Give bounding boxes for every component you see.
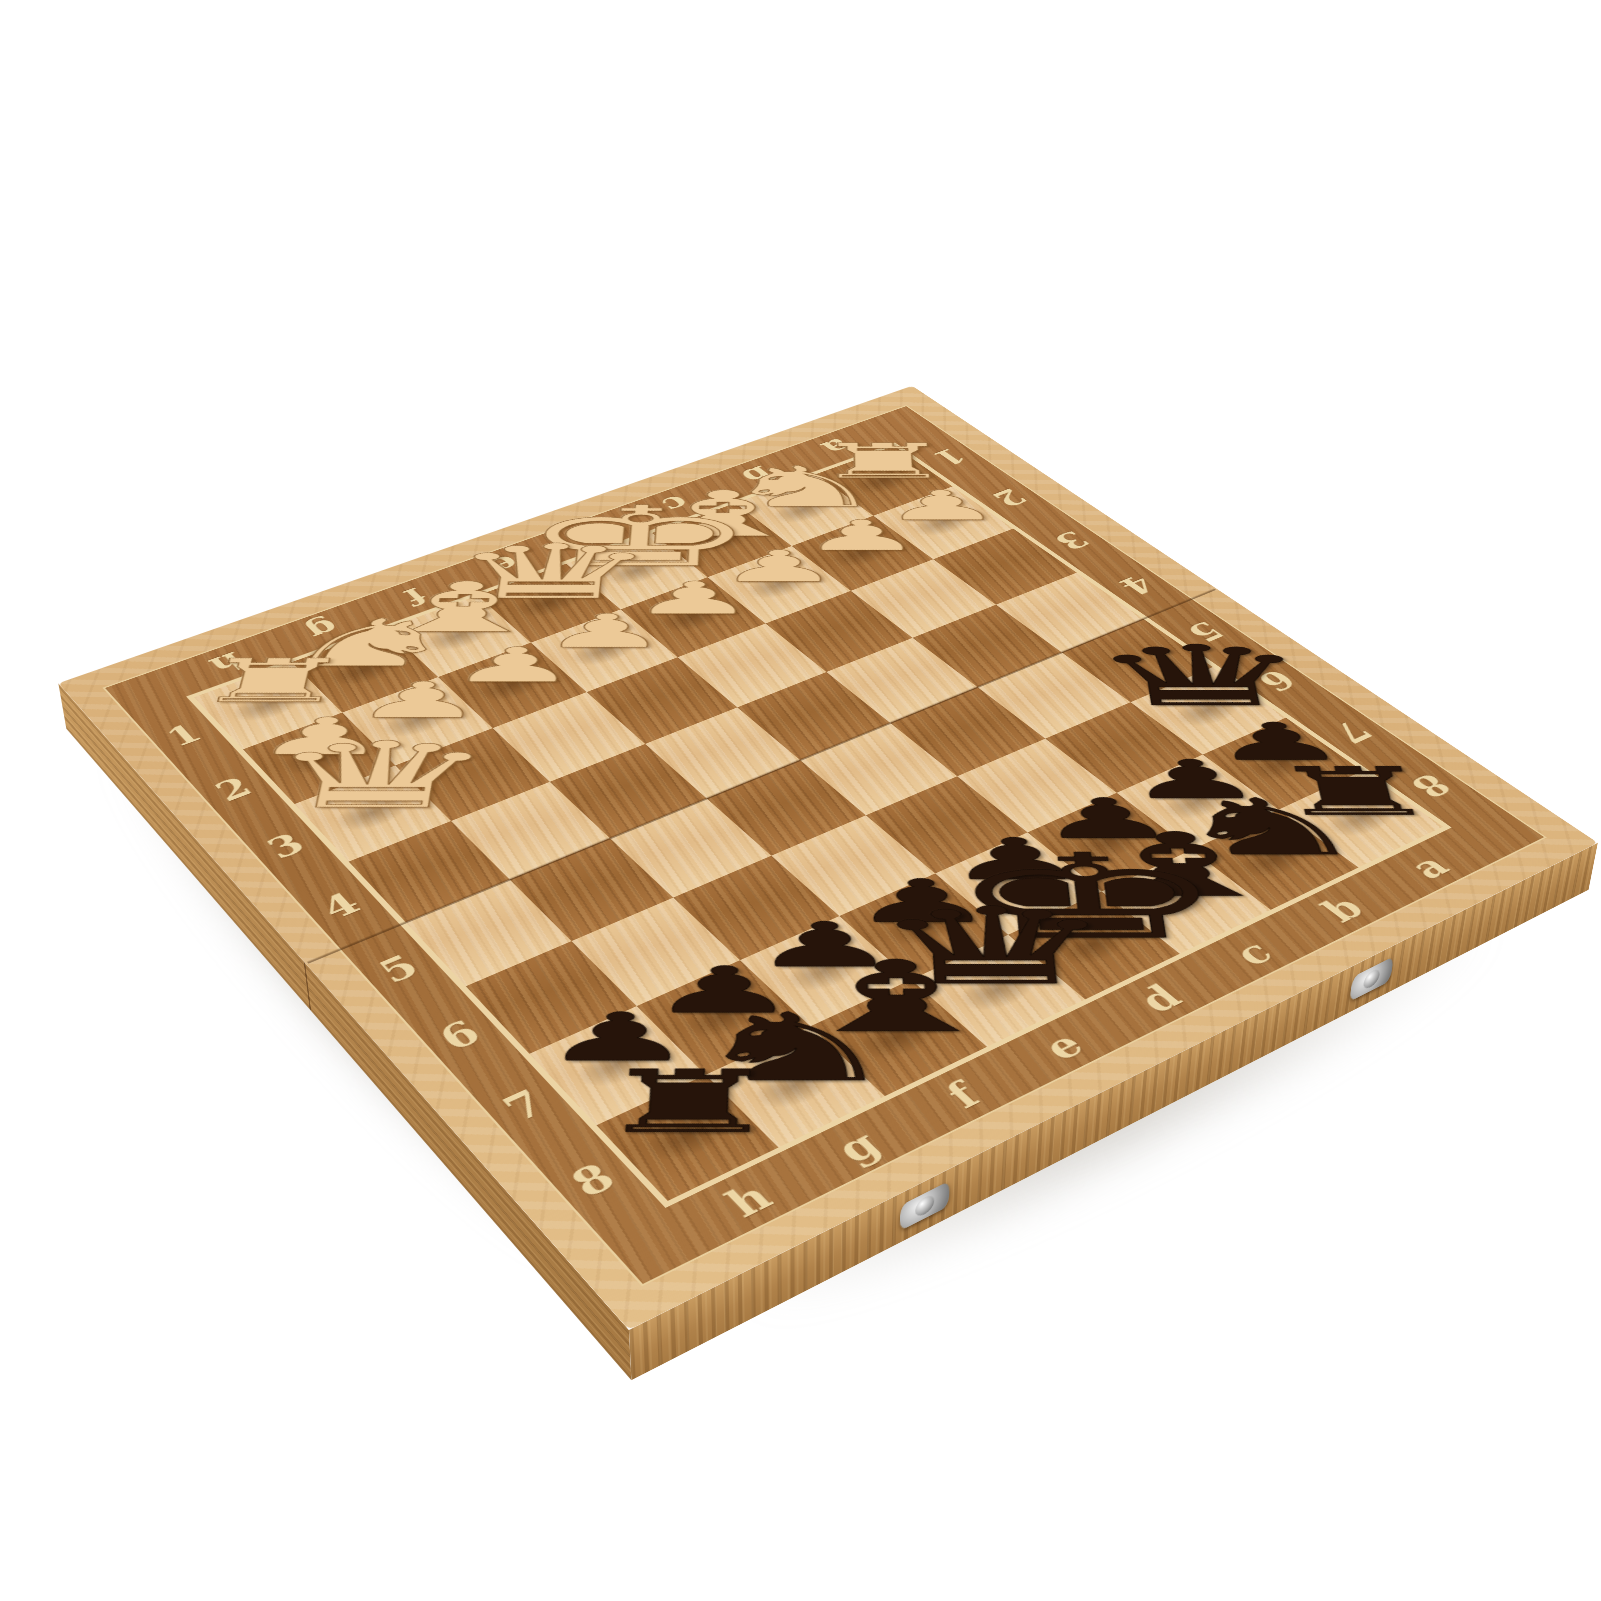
chess-board: 1122334455667788hhggffeeddccbbaa ♜♞♝♚♛♝♞… <box>58 386 1598 1330</box>
product-photo-canvas: 1122334455667788hhggffeeddccbbaa ♜♞♝♚♛♝♞… <box>0 0 1601 1601</box>
